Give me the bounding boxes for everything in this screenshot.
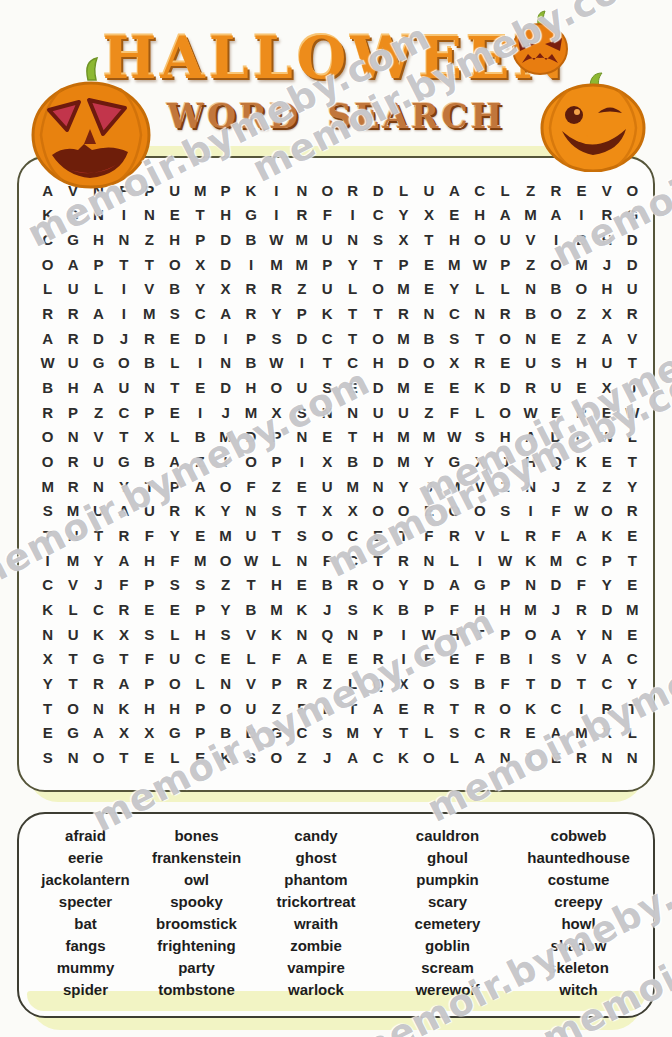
grid-cell[interactable]: R bbox=[111, 597, 136, 622]
grid-cell[interactable]: C bbox=[340, 351, 365, 376]
grid-cell[interactable]: E bbox=[315, 425, 340, 450]
grid-cell[interactable]: R bbox=[137, 326, 162, 351]
grid-cell[interactable]: H bbox=[162, 227, 187, 252]
grid-cell[interactable]: X bbox=[111, 721, 136, 746]
grid-cell[interactable]: W bbox=[518, 400, 543, 425]
grid-cell[interactable]: P bbox=[238, 326, 263, 351]
grid-cell[interactable]: G bbox=[60, 227, 85, 252]
grid-cell[interactable]: E bbox=[416, 277, 441, 302]
grid-cell[interactable]: A bbox=[543, 721, 568, 746]
grid-cell[interactable]: O bbox=[594, 499, 619, 524]
grid-cell[interactable]: U bbox=[543, 375, 568, 400]
grid-cell[interactable]: E bbox=[442, 203, 467, 228]
grid-cell[interactable]: T bbox=[264, 523, 289, 548]
grid-cell[interactable]: J bbox=[315, 745, 340, 770]
grid-cell[interactable]: Z bbox=[213, 573, 238, 598]
grid-cell[interactable]: R bbox=[594, 696, 619, 721]
grid-cell[interactable]: L bbox=[86, 277, 111, 302]
grid-cell[interactable]: H bbox=[137, 696, 162, 721]
grid-cell[interactable]: T bbox=[569, 671, 594, 696]
grid-cell[interactable]: T bbox=[111, 252, 136, 277]
grid-cell[interactable]: Y bbox=[391, 203, 416, 228]
grid-cell[interactable]: U bbox=[518, 351, 543, 376]
grid-cell[interactable]: U bbox=[162, 647, 187, 672]
grid-cell[interactable]: Y bbox=[213, 597, 238, 622]
grid-cell[interactable]: Y bbox=[86, 548, 111, 573]
grid-cell[interactable]: N bbox=[60, 745, 85, 770]
grid-cell[interactable]: H bbox=[492, 425, 517, 450]
grid-cell[interactable]: T bbox=[620, 449, 645, 474]
grid-cell[interactable]: X bbox=[315, 449, 340, 474]
grid-cell[interactable]: Y bbox=[264, 301, 289, 326]
grid-cell[interactable]: I bbox=[111, 277, 136, 302]
grid-cell[interactable]: U bbox=[289, 375, 314, 400]
grid-cell[interactable]: V bbox=[569, 647, 594, 672]
grid-cell[interactable]: M bbox=[238, 400, 263, 425]
grid-cell[interactable]: T bbox=[467, 622, 492, 647]
grid-cell[interactable]: J bbox=[594, 252, 619, 277]
grid-cell[interactable]: E bbox=[442, 375, 467, 400]
grid-cell[interactable]: T bbox=[518, 745, 543, 770]
grid-cell[interactable]: D bbox=[365, 375, 390, 400]
grid-cell[interactable]: Y bbox=[569, 622, 594, 647]
grid-cell[interactable]: H bbox=[264, 573, 289, 598]
grid-cell[interactable]: R bbox=[518, 375, 543, 400]
grid-cell[interactable]: K bbox=[569, 449, 594, 474]
grid-cell[interactable]: K bbox=[264, 622, 289, 647]
grid-cell[interactable]: O bbox=[416, 351, 441, 376]
grid-cell[interactable]: O bbox=[442, 499, 467, 524]
grid-cell[interactable]: L bbox=[442, 745, 467, 770]
grid-cell[interactable]: U bbox=[137, 499, 162, 524]
grid-cell[interactable]: U bbox=[111, 375, 136, 400]
grid-cell[interactable]: L bbox=[162, 745, 187, 770]
grid-cell[interactable]: P bbox=[289, 301, 314, 326]
grid-cell[interactable]: H bbox=[594, 227, 619, 252]
grid-cell[interactable]: E bbox=[137, 745, 162, 770]
grid-cell[interactable]: I bbox=[213, 326, 238, 351]
grid-cell[interactable]: M bbox=[340, 721, 365, 746]
grid-cell[interactable]: U bbox=[238, 696, 263, 721]
grid-cell[interactable]: I bbox=[187, 400, 212, 425]
grid-cell[interactable]: H bbox=[187, 622, 212, 647]
grid-cell[interactable]: D bbox=[391, 351, 416, 376]
grid-cell[interactable]: O bbox=[365, 499, 390, 524]
grid-cell[interactable]: E bbox=[543, 400, 568, 425]
grid-cell[interactable]: R bbox=[340, 178, 365, 203]
grid-cell[interactable]: Q bbox=[543, 449, 568, 474]
grid-cell[interactable]: E bbox=[162, 400, 187, 425]
grid-cell[interactable]: P bbox=[416, 597, 441, 622]
grid-cell[interactable]: Z bbox=[315, 671, 340, 696]
grid-cell[interactable]: P bbox=[137, 400, 162, 425]
grid-cell[interactable]: H bbox=[238, 375, 263, 400]
grid-cell[interactable]: Z bbox=[187, 449, 212, 474]
grid-cell[interactable]: E bbox=[35, 721, 60, 746]
grid-cell[interactable]: N bbox=[594, 622, 619, 647]
grid-cell[interactable]: N bbox=[340, 400, 365, 425]
grid-cell[interactable]: I bbox=[518, 499, 543, 524]
grid-cell[interactable]: C bbox=[187, 301, 212, 326]
grid-cell[interactable]: K bbox=[35, 203, 60, 228]
grid-cell[interactable]: S bbox=[442, 326, 467, 351]
grid-cell[interactable]: O bbox=[111, 351, 136, 376]
grid-cell[interactable]: D bbox=[543, 425, 568, 450]
grid-cell[interactable]: N bbox=[518, 474, 543, 499]
grid-cell[interactable]: T bbox=[111, 745, 136, 770]
grid-cell[interactable]: J bbox=[315, 597, 340, 622]
grid-cell[interactable]: Y bbox=[162, 523, 187, 548]
grid-cell[interactable]: G bbox=[60, 203, 85, 228]
grid-cell[interactable]: I bbox=[391, 622, 416, 647]
grid-cell[interactable]: R bbox=[86, 671, 111, 696]
grid-cell[interactable]: D bbox=[594, 597, 619, 622]
grid-cell[interactable]: Y bbox=[442, 277, 467, 302]
grid-cell[interactable]: N bbox=[416, 548, 441, 573]
grid-cell[interactable]: T bbox=[340, 326, 365, 351]
grid-cell[interactable]: K bbox=[391, 745, 416, 770]
grid-cell[interactable]: P bbox=[187, 227, 212, 252]
grid-cell[interactable]: T bbox=[35, 523, 60, 548]
grid-cell[interactable]: U bbox=[315, 227, 340, 252]
grid-cell[interactable]: F bbox=[569, 573, 594, 598]
grid-cell[interactable]: B bbox=[162, 277, 187, 302]
grid-cell[interactable]: D bbox=[187, 326, 212, 351]
grid-cell[interactable]: Z bbox=[416, 400, 441, 425]
grid-cell[interactable]: F bbox=[238, 474, 263, 499]
grid-cell[interactable]: C bbox=[365, 745, 390, 770]
grid-cell[interactable]: T bbox=[35, 696, 60, 721]
grid-cell[interactable]: E bbox=[416, 252, 441, 277]
grid-cell[interactable]: Q bbox=[365, 671, 390, 696]
grid-cell[interactable]: O bbox=[467, 499, 492, 524]
grid-cell[interactable]: D bbox=[213, 227, 238, 252]
grid-cell[interactable]: U bbox=[391, 400, 416, 425]
grid-cell[interactable]: A bbox=[518, 425, 543, 450]
grid-cell[interactable]: P bbox=[315, 252, 340, 277]
grid-cell[interactable]: Y bbox=[391, 474, 416, 499]
grid-cell[interactable]: O bbox=[35, 252, 60, 277]
grid-cell[interactable]: E bbox=[187, 745, 212, 770]
grid-cell[interactable]: S bbox=[442, 671, 467, 696]
grid-cell[interactable]: T bbox=[111, 425, 136, 450]
grid-cell[interactable]: F bbox=[289, 696, 314, 721]
grid-cell[interactable]: A bbox=[111, 671, 136, 696]
grid-cell[interactable]: R bbox=[620, 499, 645, 524]
grid-cell[interactable]: Y bbox=[213, 499, 238, 524]
grid-cell[interactable]: U bbox=[594, 351, 619, 376]
grid-cell[interactable]: N bbox=[620, 745, 645, 770]
grid-cell[interactable]: R bbox=[35, 301, 60, 326]
grid-cell[interactable]: A bbox=[86, 301, 111, 326]
grid-cell[interactable]: T bbox=[518, 671, 543, 696]
grid-cell[interactable]: R bbox=[442, 523, 467, 548]
grid-cell[interactable]: G bbox=[60, 721, 85, 746]
grid-cell[interactable]: E bbox=[620, 523, 645, 548]
grid-cell[interactable]: O bbox=[543, 301, 568, 326]
grid-cell[interactable]: Z bbox=[289, 745, 314, 770]
grid-cell[interactable]: M bbox=[264, 252, 289, 277]
grid-cell[interactable]: N bbox=[340, 622, 365, 647]
grid-cell[interactable]: D bbox=[492, 375, 517, 400]
grid-cell[interactable]: I bbox=[213, 449, 238, 474]
grid-cell[interactable]: L bbox=[391, 178, 416, 203]
grid-cell[interactable]: E bbox=[594, 449, 619, 474]
grid-cell[interactable]: U bbox=[492, 227, 517, 252]
grid-cell[interactable]: R bbox=[569, 597, 594, 622]
grid-cell[interactable]: M bbox=[569, 721, 594, 746]
grid-cell[interactable]: D bbox=[213, 252, 238, 277]
grid-cell[interactable]: P bbox=[60, 400, 85, 425]
grid-cell[interactable]: M bbox=[187, 548, 212, 573]
grid-cell[interactable]: E bbox=[162, 203, 187, 228]
grid-cell[interactable]: A bbox=[365, 696, 390, 721]
grid-cell[interactable]: O bbox=[162, 671, 187, 696]
grid-cell[interactable]: D bbox=[620, 252, 645, 277]
grid-cell[interactable]: T bbox=[238, 573, 263, 598]
grid-cell[interactable]: D bbox=[213, 375, 238, 400]
grid-cell[interactable]: E bbox=[416, 499, 441, 524]
grid-cell[interactable]: L bbox=[35, 277, 60, 302]
grid-cell[interactable]: X bbox=[594, 301, 619, 326]
grid-cell[interactable]: M bbox=[391, 375, 416, 400]
grid-cell[interactable]: W bbox=[238, 548, 263, 573]
grid-cell[interactable]: M bbox=[391, 449, 416, 474]
grid-cell[interactable]: R bbox=[492, 721, 517, 746]
grid-cell[interactable]: Z bbox=[569, 326, 594, 351]
grid-cell[interactable]: O bbox=[213, 696, 238, 721]
grid-cell[interactable]: R bbox=[416, 696, 441, 721]
grid-cell[interactable]: L bbox=[492, 277, 517, 302]
grid-cell[interactable]: X bbox=[594, 375, 619, 400]
grid-cell[interactable]: Z bbox=[518, 178, 543, 203]
grid-cell[interactable]: K bbox=[111, 696, 136, 721]
grid-cell[interactable]: N bbox=[289, 178, 314, 203]
grid-cell[interactable]: A bbox=[442, 178, 467, 203]
grid-cell[interactable]: P bbox=[264, 671, 289, 696]
grid-cell[interactable]: S bbox=[315, 721, 340, 746]
grid-cell[interactable]: T bbox=[340, 696, 365, 721]
grid-cell[interactable]: N bbox=[86, 696, 111, 721]
grid-cell[interactable]: E bbox=[518, 721, 543, 746]
grid-cell[interactable]: O bbox=[518, 622, 543, 647]
grid-cell[interactable]: C bbox=[35, 573, 60, 598]
grid-cell[interactable]: E bbox=[187, 523, 212, 548]
grid-cell[interactable]: R bbox=[467, 696, 492, 721]
grid-cell[interactable]: S bbox=[289, 400, 314, 425]
grid-cell[interactable]: B bbox=[137, 351, 162, 376]
grid-cell[interactable]: W bbox=[35, 351, 60, 376]
grid-cell[interactable]: D bbox=[289, 326, 314, 351]
grid-cell[interactable]: O bbox=[365, 573, 390, 598]
grid-cell[interactable]: S bbox=[315, 375, 340, 400]
grid-cell[interactable]: M bbox=[416, 425, 441, 450]
grid-cell[interactable]: M bbox=[187, 178, 212, 203]
grid-cell[interactable]: E bbox=[391, 696, 416, 721]
grid-cell[interactable]: X bbox=[467, 449, 492, 474]
grid-cell[interactable]: H bbox=[365, 351, 390, 376]
grid-cell[interactable]: P bbox=[391, 252, 416, 277]
grid-cell[interactable]: P bbox=[594, 548, 619, 573]
grid-cell[interactable]: I bbox=[289, 351, 314, 376]
grid-cell[interactable]: I bbox=[289, 449, 314, 474]
grid-cell[interactable]: S bbox=[162, 573, 187, 598]
grid-cell[interactable]: Z bbox=[264, 696, 289, 721]
grid-cell[interactable]: L bbox=[620, 425, 645, 450]
grid-cell[interactable]: T bbox=[60, 647, 85, 672]
grid-cell[interactable]: H bbox=[137, 548, 162, 573]
grid-cell[interactable]: A bbox=[86, 721, 111, 746]
grid-cell[interactable]: L bbox=[315, 696, 340, 721]
grid-cell[interactable]: N bbox=[213, 351, 238, 376]
grid-cell[interactable]: D bbox=[86, 326, 111, 351]
grid-cell[interactable]: M bbox=[340, 474, 365, 499]
grid-cell[interactable]: T bbox=[416, 227, 441, 252]
grid-cell[interactable]: U bbox=[416, 178, 441, 203]
grid-cell[interactable]: X bbox=[111, 622, 136, 647]
grid-cell[interactable]: D bbox=[416, 573, 441, 598]
grid-cell[interactable]: O bbox=[492, 696, 517, 721]
grid-cell[interactable]: I bbox=[111, 203, 136, 228]
grid-cell[interactable]: I bbox=[35, 548, 60, 573]
grid-cell[interactable]: P bbox=[213, 178, 238, 203]
grid-cell[interactable]: M bbox=[518, 203, 543, 228]
grid-cell[interactable]: O bbox=[315, 523, 340, 548]
grid-cell[interactable]: G bbox=[238, 203, 263, 228]
grid-cell[interactable]: C bbox=[594, 671, 619, 696]
grid-cell[interactable]: E bbox=[340, 647, 365, 672]
grid-cell[interactable]: J bbox=[492, 449, 517, 474]
grid-cell[interactable]: P bbox=[264, 449, 289, 474]
grid-cell[interactable]: X bbox=[264, 400, 289, 425]
grid-cell[interactable]: N bbox=[60, 523, 85, 548]
grid-cell[interactable]: G bbox=[162, 721, 187, 746]
grid-cell[interactable]: N bbox=[416, 301, 441, 326]
grid-cell[interactable]: X bbox=[340, 499, 365, 524]
grid-cell[interactable]: I bbox=[238, 252, 263, 277]
grid-cell[interactable]: T bbox=[315, 351, 340, 376]
grid-cell[interactable]: Z bbox=[594, 474, 619, 499]
grid-cell[interactable]: M bbox=[442, 474, 467, 499]
grid-cell[interactable]: O bbox=[213, 548, 238, 573]
grid-cell[interactable]: R bbox=[162, 499, 187, 524]
grid-cell[interactable]: X bbox=[391, 671, 416, 696]
grid-cell[interactable]: T bbox=[467, 326, 492, 351]
grid-cell[interactable]: F bbox=[492, 671, 517, 696]
grid-cell[interactable]: T bbox=[391, 721, 416, 746]
grid-cell[interactable]: S bbox=[137, 622, 162, 647]
grid-cell[interactable]: I bbox=[391, 647, 416, 672]
grid-cell[interactable]: H bbox=[60, 375, 85, 400]
grid-cell[interactable]: Q bbox=[315, 622, 340, 647]
grid-cell[interactable]: O bbox=[416, 671, 441, 696]
grid-cell[interactable]: J bbox=[620, 375, 645, 400]
grid-cell[interactable]: H bbox=[492, 597, 517, 622]
grid-cell[interactable]: R bbox=[391, 301, 416, 326]
grid-cell[interactable]: J bbox=[111, 326, 136, 351]
grid-cell[interactable]: Z bbox=[264, 474, 289, 499]
grid-cell[interactable]: R bbox=[620, 301, 645, 326]
grid-cell[interactable]: L bbox=[162, 351, 187, 376]
grid-cell[interactable]: M bbox=[442, 252, 467, 277]
grid-cell[interactable]: E bbox=[365, 523, 390, 548]
grid-cell[interactable]: A bbox=[569, 523, 594, 548]
grid-cell[interactable]: E bbox=[187, 375, 212, 400]
grid-cell[interactable]: M bbox=[60, 548, 85, 573]
grid-cell[interactable]: L bbox=[467, 400, 492, 425]
grid-cell[interactable]: H bbox=[569, 351, 594, 376]
grid-cell[interactable]: Y bbox=[187, 277, 212, 302]
grid-cell[interactable]: V bbox=[86, 425, 111, 450]
grid-cell[interactable]: G bbox=[86, 351, 111, 376]
grid-cell[interactable]: P bbox=[365, 622, 390, 647]
grid-cell[interactable]: G bbox=[264, 721, 289, 746]
grid-cell[interactable]: M bbox=[620, 597, 645, 622]
grid-cell[interactable]: W bbox=[264, 351, 289, 376]
grid-cell[interactable]: N bbox=[86, 203, 111, 228]
grid-cell[interactable]: H bbox=[594, 277, 619, 302]
grid-cell[interactable]: T bbox=[365, 252, 390, 277]
grid-cell[interactable]: N bbox=[60, 425, 85, 450]
grid-cell[interactable]: R bbox=[391, 548, 416, 573]
grid-cell[interactable]: E bbox=[315, 647, 340, 672]
grid-cell[interactable]: Z bbox=[569, 301, 594, 326]
grid-cell[interactable]: F bbox=[264, 647, 289, 672]
grid-cell[interactable]: B bbox=[238, 351, 263, 376]
grid-cell[interactable]: T bbox=[442, 696, 467, 721]
grid-cell[interactable]: M bbox=[35, 474, 60, 499]
grid-cell[interactable]: L bbox=[340, 671, 365, 696]
grid-cell[interactable]: K bbox=[238, 178, 263, 203]
grid-cell[interactable]: E bbox=[289, 573, 314, 598]
grid-cell[interactable]: S bbox=[340, 597, 365, 622]
grid-cell[interactable]: L bbox=[467, 277, 492, 302]
grid-cell[interactable]: J bbox=[543, 474, 568, 499]
grid-cell[interactable]: F bbox=[111, 573, 136, 598]
grid-cell[interactable]: M bbox=[60, 499, 85, 524]
grid-cell[interactable]: O bbox=[365, 277, 390, 302]
grid-cell[interactable]: O bbox=[213, 474, 238, 499]
grid-cell[interactable]: T bbox=[340, 301, 365, 326]
grid-cell[interactable]: E bbox=[620, 622, 645, 647]
grid-cell[interactable]: H bbox=[442, 622, 467, 647]
grid-cell[interactable]: I bbox=[264, 178, 289, 203]
grid-cell[interactable]: R bbox=[365, 647, 390, 672]
grid-cell[interactable]: T bbox=[620, 696, 645, 721]
grid-cell[interactable]: U bbox=[60, 351, 85, 376]
grid-cell[interactable]: L bbox=[340, 277, 365, 302]
grid-cell[interactable]: O bbox=[264, 375, 289, 400]
grid-cell[interactable]: T bbox=[60, 671, 85, 696]
grid-cell[interactable]: A bbox=[442, 573, 467, 598]
grid-cell[interactable]: F bbox=[315, 548, 340, 573]
grid-cell[interactable]: N bbox=[238, 499, 263, 524]
grid-cell[interactable]: B bbox=[391, 597, 416, 622]
grid-cell[interactable]: Y bbox=[620, 474, 645, 499]
grid-cell[interactable]: L bbox=[620, 721, 645, 746]
grid-cell[interactable]: A bbox=[35, 326, 60, 351]
grid-cell[interactable]: T bbox=[620, 548, 645, 573]
grid-cell[interactable]: B bbox=[467, 671, 492, 696]
grid-cell[interactable]: G bbox=[111, 449, 136, 474]
grid-cell[interactable]: L bbox=[264, 548, 289, 573]
grid-cell[interactable]: L bbox=[442, 548, 467, 573]
grid-cell[interactable]: Z bbox=[289, 277, 314, 302]
grid-cell[interactable]: U bbox=[162, 178, 187, 203]
grid-cell[interactable]: I bbox=[111, 301, 136, 326]
grid-cell[interactable]: C bbox=[543, 696, 568, 721]
grid-cell[interactable]: N bbox=[518, 326, 543, 351]
